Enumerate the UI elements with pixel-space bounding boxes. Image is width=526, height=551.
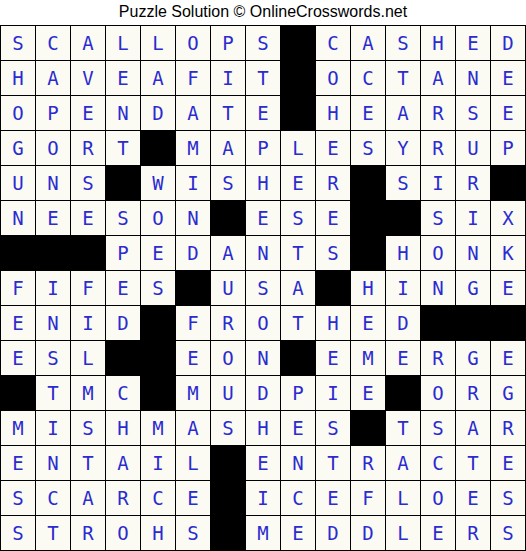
letter-cell: S [316,236,350,270]
letter-cell: E [316,481,350,515]
letter-cell: H [246,166,280,200]
black-cell [351,236,385,270]
letter-cell: E [491,271,525,305]
black-cell [211,201,245,235]
letter-cell: A [281,271,315,305]
letter-cell: D [106,306,140,340]
letter-cell: E [141,236,175,270]
letter-cell: S [456,96,490,130]
letter-cell: C [316,26,350,60]
black-cell [106,166,140,200]
letter-cell: A [141,61,175,95]
letter-cell: I [36,411,70,445]
letter-cell: O [421,236,455,270]
letter-cell: D [246,376,280,410]
letter-cell: F [1,271,35,305]
letter-cell: O [211,341,245,375]
black-cell [1,376,35,410]
letter-cell: P [281,376,315,410]
letter-cell: C [106,376,140,410]
letter-cell: F [176,61,210,95]
letter-cell: I [246,481,280,515]
letter-cell: M [1,411,35,445]
letter-cell: R [71,131,105,165]
letter-cell: L [141,26,175,60]
letter-cell: T [386,61,420,95]
letter-cell: S [246,26,280,60]
letter-cell: U [211,376,245,410]
letter-cell: A [386,446,420,480]
letter-cell: E [281,166,315,200]
letter-cell: A [386,96,420,130]
black-cell [351,166,385,200]
letter-cell: N [36,446,70,480]
letter-cell: S [246,271,280,305]
letter-cell: A [71,481,105,515]
black-cell [281,26,315,60]
letter-cell: T [36,516,70,550]
letter-cell: H [316,306,350,340]
letter-cell: S [1,516,35,550]
black-cell [421,306,455,340]
letter-cell: G [1,131,35,165]
letter-cell: F [176,306,210,340]
letter-cell: T [211,96,245,130]
letter-cell: M [141,411,175,445]
black-cell [211,516,245,550]
letter-cell: A [421,61,455,95]
letter-cell: C [281,481,315,515]
letter-cell: S [176,516,210,550]
letter-cell: P [36,96,70,130]
letter-cell: L [386,481,420,515]
letter-cell: P [491,131,525,165]
letter-cell: S [491,481,525,515]
letter-cell: F [71,271,105,305]
letter-cell: X [491,201,525,235]
letter-cell: E [106,271,140,305]
letter-cell: R [421,96,455,130]
letter-cell: N [176,201,210,235]
black-cell [141,376,175,410]
letter-cell: L [176,446,210,480]
letter-cell: O [421,481,455,515]
letter-cell: W [141,166,175,200]
letter-cell: P [211,26,245,60]
letter-cell: T [456,446,490,480]
letter-cell: A [456,411,490,445]
letter-cell: T [316,446,350,480]
letter-cell: C [141,481,175,515]
black-cell [141,341,175,375]
letter-cell: H [141,516,175,550]
black-cell [141,306,175,340]
black-cell [1,236,35,270]
letter-cell: E [491,341,525,375]
letter-cell: E [316,131,350,165]
letter-cell: R [351,446,385,480]
letter-cell: O [246,306,280,340]
letter-cell: S [491,516,525,550]
letter-cell: S [211,411,245,445]
letter-cell: N [36,306,70,340]
letter-cell: I [316,376,350,410]
letter-cell: S [386,26,420,60]
letter-cell: U [211,271,245,305]
letter-cell: O [36,131,70,165]
letter-cell: C [36,26,70,60]
letter-cell: S [36,341,70,375]
letter-cell: C [421,446,455,480]
letter-cell: R [71,516,105,550]
letter-cell: N [456,236,490,270]
letter-cell: E [316,201,350,235]
letter-cell: H [316,96,350,130]
black-cell [211,481,245,515]
letter-cell: E [456,481,490,515]
letter-cell: E [316,341,350,375]
black-cell [491,306,525,340]
letter-cell: M [176,376,210,410]
black-cell [351,201,385,235]
letter-cell: A [176,411,210,445]
letter-cell: T [36,376,70,410]
letter-cell: S [351,131,385,165]
black-cell [386,201,420,235]
letter-cell: D [351,516,385,550]
letter-cell: N [246,236,280,270]
letter-cell: M [351,341,385,375]
letter-cell: R [421,131,455,165]
letter-cell: I [71,306,105,340]
letter-cell: O [141,201,175,235]
black-cell [211,446,245,480]
black-cell [281,96,315,130]
black-cell [456,306,490,340]
letter-cell: E [386,341,420,375]
letter-cell: T [71,446,105,480]
letter-cell: H [1,61,35,95]
letter-cell: U [1,166,35,200]
letter-cell: R [106,481,140,515]
letter-cell: I [141,446,175,480]
letter-cell: O [421,376,455,410]
letter-cell: Y [386,131,420,165]
letter-cell: R [421,341,455,375]
letter-cell: S [316,411,350,445]
letter-cell: E [421,516,455,550]
letter-cell: G [456,341,490,375]
letter-cell: R [211,306,245,340]
letter-cell: L [71,341,105,375]
letter-cell: E [36,201,70,235]
letter-cell: N [281,446,315,480]
letter-cell: D [316,516,350,550]
letter-cell: E [1,341,35,375]
letter-cell: S [71,166,105,200]
black-cell [36,236,70,270]
letter-cell: M [176,131,210,165]
letter-cell: A [176,96,210,130]
letter-cell: E [246,446,280,480]
black-cell [281,61,315,95]
black-cell [281,341,315,375]
letter-cell: I [386,271,420,305]
letter-cell: E [351,306,385,340]
letter-cell: L [106,26,140,60]
letter-cell: N [106,96,140,130]
letter-cell: S [211,166,245,200]
letter-cell: H [246,411,280,445]
letter-cell: U [456,131,490,165]
letter-cell: O [176,26,210,60]
letter-cell: A [211,236,245,270]
letter-cell: A [211,131,245,165]
letter-cell: E [246,201,280,235]
letter-cell: N [36,166,70,200]
letter-cell: E [1,306,35,340]
letter-cell: O [106,516,140,550]
letter-cell: P [106,236,140,270]
letter-cell: E [491,96,525,130]
black-cell [106,341,140,375]
black-cell [386,376,420,410]
crossword-grid: SCALLOPSCASHEDHAVEAFITOCTANEOPENDATEHEAR… [0,25,526,551]
letter-cell: N [1,201,35,235]
black-cell [141,131,175,165]
letter-cell: A [351,26,385,60]
letter-cell: S [1,481,35,515]
letter-cell: F [351,481,385,515]
letter-cell: T [386,411,420,445]
letter-cell: E [106,61,140,95]
letter-cell: L [386,516,420,550]
letter-cell: H [351,271,385,305]
letter-cell: A [36,61,70,95]
black-cell [71,236,105,270]
letter-cell: D [386,306,420,340]
letter-cell: E [71,201,105,235]
letter-cell: D [141,96,175,130]
letter-cell: R [456,166,490,200]
letter-cell: H [106,411,140,445]
black-cell [491,166,525,200]
letter-cell: T [106,131,140,165]
letter-cell: M [246,516,280,550]
letter-cell: P [246,131,280,165]
letter-cell: E [176,341,210,375]
letter-cell: S [421,201,455,235]
letter-cell: G [491,376,525,410]
black-cell [351,411,385,445]
letter-cell: E [71,96,105,130]
letter-cell: C [36,481,70,515]
letter-cell: E [351,96,385,130]
letter-cell: O [1,96,35,130]
letter-cell: H [421,26,455,60]
letter-cell: R [491,411,525,445]
letter-cell: S [421,411,455,445]
letter-cell: E [491,61,525,95]
letter-cell: R [316,166,350,200]
letter-cell: A [71,26,105,60]
letter-cell: S [71,411,105,445]
letter-cell: E [1,446,35,480]
letter-cell: D [491,26,525,60]
letter-cell: C [351,61,385,95]
letter-cell: O [316,61,350,95]
letter-cell: E [491,446,525,480]
letter-cell: M [71,376,105,410]
letter-cell: E [176,481,210,515]
letter-cell: T [246,61,280,95]
letter-cell: R [456,376,490,410]
letter-cell: A [106,446,140,480]
letter-cell: E [246,96,280,130]
letter-cell: T [281,306,315,340]
letter-cell: S [1,26,35,60]
letter-cell: E [351,376,385,410]
letter-cell: S [386,166,420,200]
letter-cell: N [456,61,490,95]
letter-cell: S [106,201,140,235]
letter-cell: T [281,236,315,270]
letter-cell: N [246,341,280,375]
letter-cell: I [176,166,210,200]
letter-cell: E [281,411,315,445]
letter-cell: S [141,271,175,305]
page-title: Puzzle Solution © OnlineCrosswords.net [0,0,526,25]
letter-cell: I [211,61,245,95]
letter-cell: D [176,236,210,270]
letter-cell: I [456,201,490,235]
letter-cell: G [456,271,490,305]
letter-cell: N [421,271,455,305]
letter-cell: E [281,516,315,550]
letter-cell: K [491,236,525,270]
letter-cell: V [71,61,105,95]
black-cell [176,271,210,305]
letter-cell: L [281,131,315,165]
letter-cell: H [386,236,420,270]
letter-cell: I [421,166,455,200]
letter-cell: I [36,271,70,305]
black-cell [316,271,350,305]
letter-cell: E [456,26,490,60]
letter-cell: S [281,201,315,235]
letter-cell: R [456,516,490,550]
